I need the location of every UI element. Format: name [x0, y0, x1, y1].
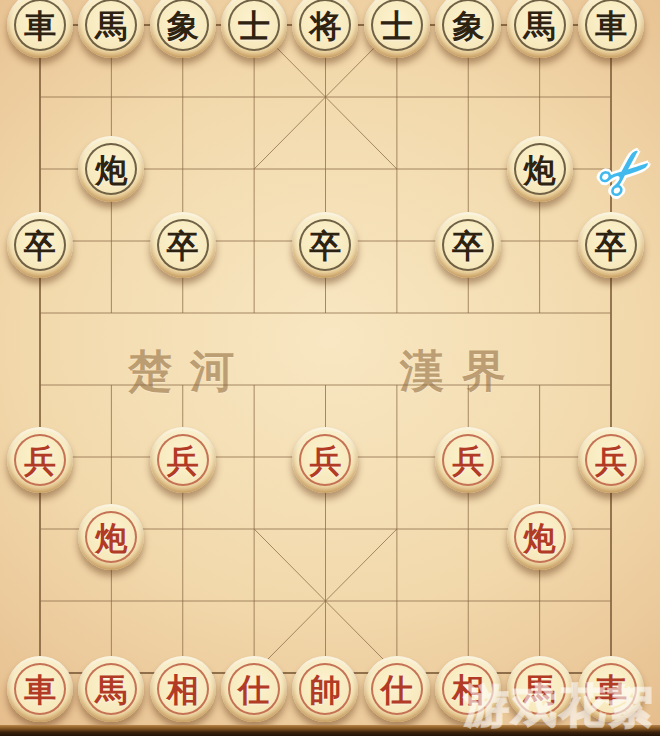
piece-face: 炮	[514, 511, 566, 563]
piece-glyph: 象	[452, 10, 484, 42]
piece-red-horse[interactable]: 馬	[507, 656, 573, 722]
piece-face: 兵	[442, 434, 494, 486]
piece-face: 兵	[157, 434, 209, 486]
piece-glyph: 将	[309, 10, 341, 42]
piece-glyph: 象	[167, 10, 199, 42]
piece-glyph: 仕	[238, 674, 270, 706]
piece-face: 兵	[299, 434, 351, 486]
piece-red-advisor[interactable]: 仕	[364, 656, 430, 722]
piece-face: 炮	[85, 511, 137, 563]
piece-red-soldier[interactable]: 兵	[292, 427, 358, 493]
piece-glyph: 馬	[95, 674, 127, 706]
piece-black-advisor[interactable]: 士	[364, 0, 430, 58]
piece-red-general[interactable]: 帥	[292, 656, 358, 722]
piece-black-soldier[interactable]: 卒	[435, 212, 501, 278]
piece-glyph: 帥	[309, 674, 341, 706]
piece-face: 相	[157, 663, 209, 715]
piece-glyph: 士	[381, 10, 413, 42]
piece-red-cannon[interactable]: 炮	[507, 504, 573, 570]
piece-face: 士	[371, 0, 423, 51]
piece-face: 卒	[585, 219, 637, 271]
piece-glyph: 兵	[452, 445, 484, 477]
piece-red-cannon[interactable]: 炮	[78, 504, 144, 570]
piece-glyph: 車	[24, 674, 56, 706]
piece-face: 兵	[14, 434, 66, 486]
piece-glyph: 相	[452, 674, 484, 706]
piece-face: 車	[585, 663, 637, 715]
piece-face: 象	[157, 0, 209, 51]
piece-black-chariot[interactable]: 車	[7, 0, 73, 58]
piece-face: 馬	[514, 0, 566, 51]
piece-glyph: 車	[595, 674, 627, 706]
piece-red-chariot[interactable]: 車	[7, 656, 73, 722]
piece-red-soldier[interactable]: 兵	[150, 427, 216, 493]
piece-face: 仕	[228, 663, 280, 715]
piece-black-soldier[interactable]: 卒	[7, 212, 73, 278]
piece-face: 馬	[514, 663, 566, 715]
piece-red-soldier[interactable]: 兵	[7, 427, 73, 493]
piece-face: 卒	[14, 219, 66, 271]
piece-glyph: 馬	[524, 10, 556, 42]
piece-face: 車	[14, 663, 66, 715]
piece-red-elephant[interactable]: 相	[150, 656, 216, 722]
piece-red-advisor[interactable]: 仕	[221, 656, 287, 722]
piece-glyph: 卒	[595, 230, 627, 262]
piece-black-soldier[interactable]: 卒	[578, 212, 644, 278]
piece-face: 車	[585, 0, 637, 51]
piece-face: 仕	[371, 663, 423, 715]
piece-glyph: 卒	[167, 230, 199, 262]
piece-glyph: 馬	[95, 10, 127, 42]
piece-glyph: 兵	[309, 445, 341, 477]
piece-glyph: 卒	[452, 230, 484, 262]
piece-black-horse[interactable]: 馬	[78, 0, 144, 58]
xiangqi-game-screen: 楚河 漢界 車馬象士将士象馬車炮炮卒卒卒卒卒兵兵兵兵兵炮炮車馬相仕帥仕相馬車 ✂…	[0, 0, 660, 736]
piece-glyph: 兵	[167, 445, 199, 477]
piece-black-horse[interactable]: 馬	[507, 0, 573, 58]
piece-red-horse[interactable]: 馬	[78, 656, 144, 722]
piece-black-cannon[interactable]: 炮	[507, 136, 573, 202]
piece-glyph: 炮	[524, 522, 556, 554]
piece-glyph: 相	[167, 674, 199, 706]
piece-glyph: 兵	[24, 445, 56, 477]
piece-face: 象	[442, 0, 494, 51]
piece-face: 卒	[299, 219, 351, 271]
piece-face: 車	[14, 0, 66, 51]
piece-black-elephant[interactable]: 象	[150, 0, 216, 58]
piece-face: 馬	[85, 663, 137, 715]
piece-face: 相	[442, 663, 494, 715]
piece-face: 兵	[585, 434, 637, 486]
piece-glyph: 車	[24, 10, 56, 42]
piece-black-chariot[interactable]: 車	[578, 0, 644, 58]
piece-glyph: 卒	[309, 230, 341, 262]
piece-glyph: 仕	[381, 674, 413, 706]
board-frame-bottom	[0, 725, 660, 736]
piece-glyph: 炮	[524, 154, 556, 186]
piece-glyph: 炮	[95, 154, 127, 186]
piece-glyph: 車	[595, 10, 627, 42]
piece-glyph: 士	[238, 10, 270, 42]
piece-black-advisor[interactable]: 士	[221, 0, 287, 58]
piece-face: 炮	[514, 143, 566, 195]
piece-face: 将	[299, 0, 351, 51]
piece-red-soldier[interactable]: 兵	[435, 427, 501, 493]
piece-face: 卒	[157, 219, 209, 271]
piece-black-general[interactable]: 将	[292, 0, 358, 58]
piece-black-soldier[interactable]: 卒	[150, 212, 216, 278]
piece-red-chariot[interactable]: 車	[578, 656, 644, 722]
piece-glyph: 卒	[24, 230, 56, 262]
piece-face: 馬	[85, 0, 137, 51]
piece-face: 帥	[299, 663, 351, 715]
piece-glyph: 兵	[595, 445, 627, 477]
piece-face: 卒	[442, 219, 494, 271]
piece-face: 炮	[85, 143, 137, 195]
piece-red-elephant[interactable]: 相	[435, 656, 501, 722]
piece-black-elephant[interactable]: 象	[435, 0, 501, 58]
piece-face: 士	[228, 0, 280, 51]
piece-red-soldier[interactable]: 兵	[578, 427, 644, 493]
piece-glyph: 炮	[95, 522, 127, 554]
piece-black-cannon[interactable]: 炮	[78, 136, 144, 202]
piece-black-soldier[interactable]: 卒	[292, 212, 358, 278]
xiangqi-board: 車馬象士将士象馬車炮炮卒卒卒卒卒兵兵兵兵兵炮炮車馬相仕帥仕相馬車	[4, 0, 646, 709]
piece-glyph: 馬	[524, 674, 556, 706]
